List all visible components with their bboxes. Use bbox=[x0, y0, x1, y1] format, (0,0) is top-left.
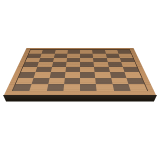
square-f1 bbox=[96, 84, 114, 91]
square-h1 bbox=[128, 84, 147, 91]
board-side-edge bbox=[3, 95, 157, 102]
board-squares bbox=[12, 49, 149, 91]
board-scene bbox=[0, 0, 160, 160]
square-d1 bbox=[63, 84, 80, 91]
square-e1 bbox=[80, 84, 97, 91]
square-c1 bbox=[46, 84, 64, 91]
chess-board bbox=[4, 48, 156, 95]
page-background bbox=[0, 0, 160, 160]
square-b1 bbox=[30, 84, 48, 91]
